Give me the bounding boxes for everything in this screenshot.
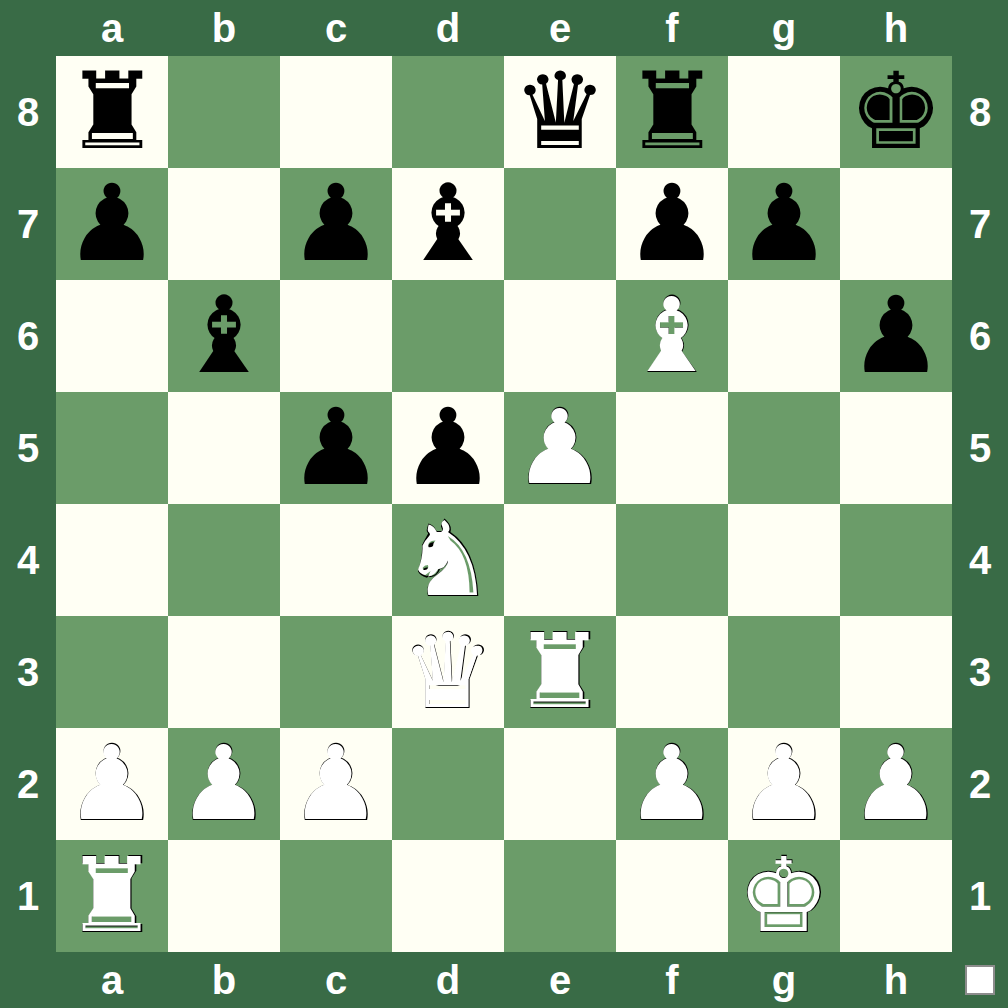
black-piece-glyph: ♝ (176, 283, 271, 389)
black-pawn-c5[interactable]: ♟ (280, 392, 392, 504)
square-h2[interactable]: ♟♙ (840, 728, 952, 840)
rank-label-5: 5 (952, 392, 1008, 504)
square-e6[interactable] (504, 280, 616, 392)
rank-label-2: 2 (952, 728, 1008, 840)
file-label-e: e (504, 952, 616, 1008)
black-pawn-d5[interactable]: ♟ (392, 392, 504, 504)
black-piece-glyph: ♝ (400, 171, 495, 277)
rank-label-6: 6 (0, 280, 56, 392)
black-pawn-c7[interactable]: ♟ (280, 168, 392, 280)
white-knight-d4[interactable]: ♞♘ (392, 504, 504, 616)
white-pawn-h2[interactable]: ♟♙ (840, 728, 952, 840)
rank-label-3: 3 (952, 616, 1008, 728)
black-pawn-f7[interactable]: ♟ (616, 168, 728, 280)
white-piece-fill: ♟ (850, 733, 942, 836)
rank-label-4: 4 (952, 504, 1008, 616)
rank-label-8: 8 (952, 56, 1008, 168)
square-d6[interactable] (392, 280, 504, 392)
white-rook-e3[interactable]: ♜♖ (504, 616, 616, 728)
square-f6[interactable]: ♝♗ (616, 280, 728, 392)
rank-label-4: 4 (0, 504, 56, 616)
white-piece-fill: ♞ (402, 509, 494, 612)
square-h3[interactable] (840, 616, 952, 728)
file-label-b: b (168, 952, 280, 1008)
square-e2[interactable] (504, 728, 616, 840)
square-h7[interactable] (840, 168, 952, 280)
square-h5[interactable] (840, 392, 952, 504)
square-e5[interactable]: ♟♙ (504, 392, 616, 504)
square-g5[interactable] (728, 392, 840, 504)
square-b5[interactable] (168, 392, 280, 504)
white-piece-fill: ♚ (738, 845, 830, 948)
square-a3[interactable] (56, 616, 168, 728)
square-f4[interactable] (616, 504, 728, 616)
file-label-g: g (728, 952, 840, 1008)
black-rook-f8[interactable]: ♜ (616, 56, 728, 168)
square-c4[interactable] (280, 504, 392, 616)
rank-label-5: 5 (0, 392, 56, 504)
square-b4[interactable] (168, 504, 280, 616)
black-bishop-b6[interactable]: ♝ (168, 280, 280, 392)
white-pawn-g2[interactable]: ♟♙ (728, 728, 840, 840)
square-h8[interactable]: ♚ (840, 56, 952, 168)
file-labels-top: abcdefgh (56, 0, 952, 56)
square-d3[interactable]: ♛♕ (392, 616, 504, 728)
black-pawn-h6[interactable]: ♟ (840, 280, 952, 392)
square-f1[interactable] (616, 840, 728, 952)
square-b1[interactable] (168, 840, 280, 952)
square-f2[interactable]: ♟♙ (616, 728, 728, 840)
square-f8[interactable]: ♜ (616, 56, 728, 168)
square-b8[interactable] (168, 56, 280, 168)
square-b6[interactable]: ♝ (168, 280, 280, 392)
black-king-h8[interactable]: ♚ (840, 56, 952, 168)
square-h6[interactable]: ♟ (840, 280, 952, 392)
file-label-d: d (392, 0, 504, 56)
square-e3[interactable]: ♜♖ (504, 616, 616, 728)
rank-label-3: 3 (0, 616, 56, 728)
white-piece-fill: ♟ (514, 397, 606, 500)
black-piece-glyph: ♟ (288, 171, 383, 277)
white-pawn-b2[interactable]: ♟♙ (168, 728, 280, 840)
file-label-f: f (616, 952, 728, 1008)
white-piece-fill: ♟ (738, 733, 830, 836)
square-f5[interactable] (616, 392, 728, 504)
square-a7[interactable]: ♟ (56, 168, 168, 280)
square-a8[interactable]: ♜ (56, 56, 168, 168)
square-a4[interactable] (56, 504, 168, 616)
black-piece-glyph: ♟ (400, 395, 495, 501)
square-d8[interactable] (392, 56, 504, 168)
rank-label-1: 1 (952, 840, 1008, 952)
rank-label-8: 8 (0, 56, 56, 168)
square-b2[interactable]: ♟♙ (168, 728, 280, 840)
white-piece-fill: ♝ (626, 285, 718, 388)
file-label-e: e (504, 0, 616, 56)
file-label-a: a (56, 0, 168, 56)
white-to-move-indicator (965, 965, 995, 995)
rank-label-6: 6 (952, 280, 1008, 392)
white-bishop-f6[interactable]: ♝♗ (616, 280, 728, 392)
black-pawn-g7[interactable]: ♟ (728, 168, 840, 280)
white-king-g1[interactable]: ♚♔ (728, 840, 840, 952)
white-piece-fill: ♟ (626, 733, 718, 836)
square-g8[interactable] (728, 56, 840, 168)
white-piece-fill: ♜ (514, 621, 606, 724)
square-c2[interactable]: ♟♙ (280, 728, 392, 840)
corner-top-right (952, 0, 1008, 56)
white-piece-fill: ♟ (178, 733, 270, 836)
white-pawn-c2[interactable]: ♟♙ (280, 728, 392, 840)
black-piece-glyph: ♟ (848, 283, 943, 389)
corner-bottom-left (0, 952, 56, 1008)
square-e1[interactable] (504, 840, 616, 952)
black-piece-glyph: ♟ (288, 395, 383, 501)
white-piece-fill: ♟ (290, 733, 382, 836)
white-piece-fill: ♛ (402, 621, 494, 724)
rank-label-1: 1 (0, 840, 56, 952)
file-label-c: c (280, 952, 392, 1008)
black-queen-e8[interactable]: ♛ (504, 56, 616, 168)
file-label-c: c (280, 0, 392, 56)
square-g4[interactable] (728, 504, 840, 616)
square-c1[interactable] (280, 840, 392, 952)
corner-bottom-right (952, 952, 1008, 1008)
black-pawn-a7[interactable]: ♟ (56, 168, 168, 280)
file-label-h: h (840, 0, 952, 56)
square-a2[interactable]: ♟♙ (56, 728, 168, 840)
chess-board-frame: abcdefgh 87654321 ♜♛♜♚♟♟♝♟♟♝♝♗♟♟♟♟♙♞♘♛♕♜… (0, 0, 1008, 1008)
square-c5[interactable]: ♟ (280, 392, 392, 504)
black-piece-glyph: ♛ (512, 59, 607, 165)
black-piece-glyph: ♟ (736, 171, 831, 277)
square-c6[interactable] (280, 280, 392, 392)
square-a1[interactable]: ♜♖ (56, 840, 168, 952)
square-a5[interactable] (56, 392, 168, 504)
white-queen-d3[interactable]: ♛♕ (392, 616, 504, 728)
square-e8[interactable]: ♛ (504, 56, 616, 168)
rank-label-7: 7 (952, 168, 1008, 280)
square-d5[interactable]: ♟ (392, 392, 504, 504)
square-f7[interactable]: ♟ (616, 168, 728, 280)
file-label-f: f (616, 0, 728, 56)
square-c7[interactable]: ♟ (280, 168, 392, 280)
square-b3[interactable] (168, 616, 280, 728)
black-bishop-d7[interactable]: ♝ (392, 168, 504, 280)
square-g3[interactable] (728, 616, 840, 728)
square-a6[interactable] (56, 280, 168, 392)
file-labels-bottom: abcdefgh (56, 952, 952, 1008)
white-pawn-e5[interactable]: ♟♙ (504, 392, 616, 504)
black-piece-glyph: ♜ (64, 59, 159, 165)
black-piece-glyph: ♚ (848, 59, 943, 165)
square-d4[interactable]: ♞♘ (392, 504, 504, 616)
file-label-d: d (392, 952, 504, 1008)
square-g1[interactable]: ♚♔ (728, 840, 840, 952)
black-piece-glyph: ♟ (624, 171, 719, 277)
square-g2[interactable]: ♟♙ (728, 728, 840, 840)
square-b7[interactable] (168, 168, 280, 280)
square-d1[interactable] (392, 840, 504, 952)
square-h4[interactable] (840, 504, 952, 616)
white-piece-fill: ♟ (66, 733, 158, 836)
black-piece-glyph: ♟ (64, 171, 159, 277)
rank-label-7: 7 (0, 168, 56, 280)
white-rook-a1[interactable]: ♜♖ (56, 840, 168, 952)
rank-labels-left: 87654321 (0, 56, 56, 952)
white-piece-fill: ♜ (66, 845, 158, 948)
black-rook-a8[interactable]: ♜ (56, 56, 168, 168)
square-e4[interactable] (504, 504, 616, 616)
file-label-g: g (728, 0, 840, 56)
square-f3[interactable] (616, 616, 728, 728)
square-g6[interactable] (728, 280, 840, 392)
black-piece-glyph: ♜ (624, 59, 719, 165)
square-d7[interactable]: ♝ (392, 168, 504, 280)
square-g7[interactable]: ♟ (728, 168, 840, 280)
square-h1[interactable] (840, 840, 952, 952)
file-label-h: h (840, 952, 952, 1008)
square-c3[interactable] (280, 616, 392, 728)
corner-top-left (0, 0, 56, 56)
chess-board: ♜♛♜♚♟♟♝♟♟♝♝♗♟♟♟♟♙♞♘♛♕♜♖♟♙♟♙♟♙♟♙♟♙♟♙♜♖♚♔ (56, 56, 952, 952)
rank-label-2: 2 (0, 728, 56, 840)
square-e7[interactable] (504, 168, 616, 280)
white-pawn-a2[interactable]: ♟♙ (56, 728, 168, 840)
square-c8[interactable] (280, 56, 392, 168)
file-label-b: b (168, 0, 280, 56)
file-label-a: a (56, 952, 168, 1008)
white-pawn-f2[interactable]: ♟♙ (616, 728, 728, 840)
rank-labels-right: 87654321 (952, 56, 1008, 952)
square-d2[interactable] (392, 728, 504, 840)
